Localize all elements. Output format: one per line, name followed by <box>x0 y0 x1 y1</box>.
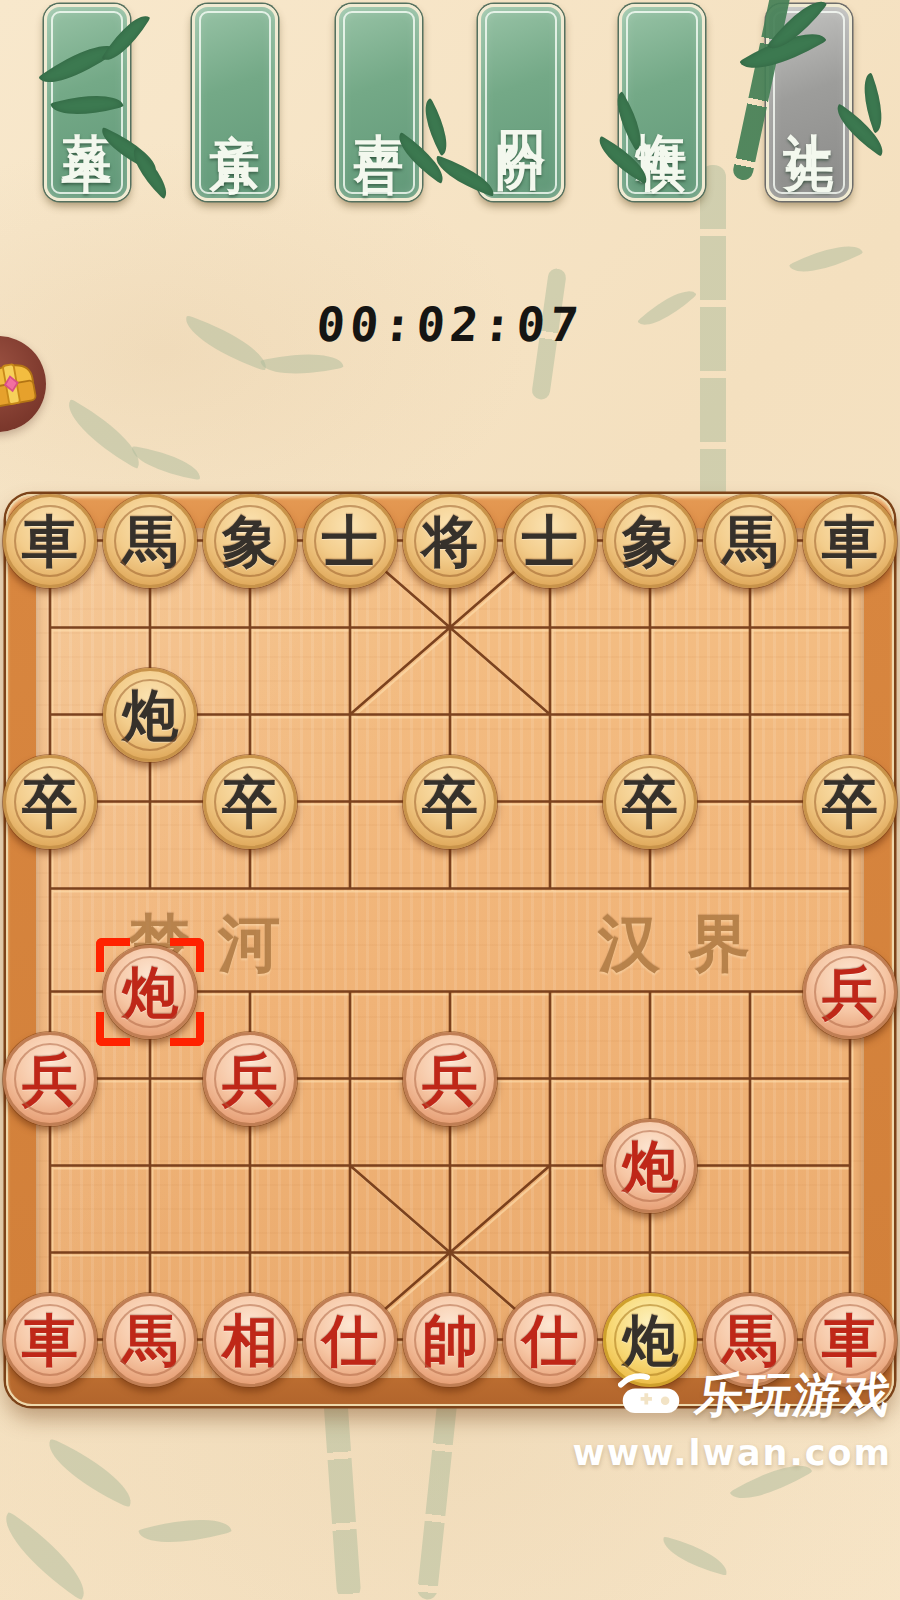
piece-red-chariot[interactable]: 車 <box>3 1293 97 1387</box>
piece-black-general[interactable]: 将 <box>403 494 497 588</box>
piece-char: 兵 <box>222 1051 278 1107</box>
piece-char: 炮 <box>122 687 178 743</box>
piece-red-cannon[interactable]: 炮 <box>103 945 197 1039</box>
piece-char: 炮 <box>122 964 178 1020</box>
piece-char: 相 <box>222 1312 278 1368</box>
piece-black-chariot[interactable]: 車 <box>803 494 897 588</box>
button-music[interactable]: 音乐 <box>192 4 278 201</box>
piece-black-soldier[interactable]: 卒 <box>3 755 97 849</box>
button-level-label: 四阶 <box>496 93 546 113</box>
piece-char: 士 <box>522 513 578 569</box>
piece-red-horse[interactable]: 馬 <box>103 1293 197 1387</box>
piece-char: 兵 <box>22 1051 78 1107</box>
piece-char: 馬 <box>722 1312 778 1368</box>
bamboo-stalk-decoration <box>323 1387 362 1600</box>
piece-char: 帥 <box>422 1312 478 1368</box>
piece-red-advisor[interactable]: 仕 <box>303 1293 397 1387</box>
game-screen: 菜单 音乐 声音 四阶 悔棋 让先 00:02:07 帥 <box>0 0 900 1600</box>
bamboo-leaf-decoration <box>138 1507 232 1555</box>
button-undo-label: 悔棋 <box>637 93 687 113</box>
piece-red-soldier[interactable]: 兵 <box>403 1032 497 1126</box>
bamboo-leaf-decoration <box>129 446 204 480</box>
button-music-label: 音乐 <box>210 93 260 113</box>
piece-black-horse[interactable]: 馬 <box>703 494 797 588</box>
piece-char: 仕 <box>322 1312 378 1368</box>
piece-char: 炮 <box>622 1138 678 1194</box>
watermark-title: 乐玩游戏 <box>692 1364 897 1427</box>
piece-black-chariot[interactable]: 車 <box>3 494 97 588</box>
button-sound-label: 声音 <box>354 93 404 113</box>
piece-red-elephant[interactable]: 相 <box>203 1293 297 1387</box>
piece-char: 馬 <box>722 513 778 569</box>
bamboo-leaf-decoration <box>658 1536 731 1575</box>
piece-char: 卒 <box>422 774 478 830</box>
piece-red-soldier[interactable]: 兵 <box>3 1032 97 1126</box>
piece-char: 兵 <box>822 964 878 1020</box>
piece-char: 馬 <box>122 513 178 569</box>
piece-black-elephant[interactable]: 象 <box>203 494 297 588</box>
piece-char: 車 <box>822 513 878 569</box>
piece-char: 車 <box>22 513 78 569</box>
piece-char: 卒 <box>622 774 678 830</box>
piece-char: 象 <box>622 513 678 569</box>
button-level[interactable]: 四阶 <box>478 4 564 201</box>
piece-char: 将 <box>422 513 478 569</box>
bamboo-leaf-decoration <box>0 1511 99 1600</box>
selection-brackets <box>96 938 204 1046</box>
treasure-chest-icon <box>0 353 40 411</box>
watermark: 乐玩游戏 www.lwan.com <box>573 1364 892 1473</box>
piece-char: 車 <box>822 1312 878 1368</box>
gamepad-icon <box>618 1371 684 1421</box>
piece-char: 車 <box>22 1312 78 1368</box>
bamboo-leaf-decoration <box>789 233 863 284</box>
piece-red-soldier[interactable]: 兵 <box>203 1032 297 1126</box>
button-handicap-label: 让先 <box>784 93 834 113</box>
bamboo-stalk-decoration <box>417 1380 460 1600</box>
piece-char: 卒 <box>22 774 78 830</box>
piece-char: 士 <box>322 513 378 569</box>
button-sound[interactable]: 声音 <box>336 4 422 201</box>
piece-char: 仕 <box>522 1312 578 1368</box>
piece-black-soldier[interactable]: 卒 <box>403 755 497 849</box>
piece-red-general[interactable]: 帥 <box>403 1293 497 1387</box>
bamboo-leaf-decoration <box>38 1438 141 1507</box>
piece-black-soldier[interactable]: 卒 <box>603 755 697 849</box>
piece-red-cannon[interactable]: 炮 <box>603 1119 697 1213</box>
watermark-url: www.lwan.com <box>573 1433 892 1473</box>
bamboo-leaf-decoration <box>57 399 151 469</box>
piece-black-cannon[interactable]: 炮 <box>103 668 197 762</box>
board-grid[interactable]: 車馬象士将士象馬車炮卒卒卒卒卒炮兵兵兵兵炮車馬相仕帥仕炮馬車 <box>0 497 900 1383</box>
piece-char: 炮 <box>622 1312 678 1368</box>
piece-black-soldier[interactable]: 卒 <box>203 755 297 849</box>
piece-black-elephant[interactable]: 象 <box>603 494 697 588</box>
piece-char: 馬 <box>122 1312 178 1368</box>
piece-char: 卒 <box>222 774 278 830</box>
game-timer: 00:02:07 <box>0 297 900 352</box>
piece-red-soldier[interactable]: 兵 <box>803 945 897 1039</box>
piece-char: 卒 <box>822 774 878 830</box>
piece-char: 兵 <box>422 1051 478 1107</box>
piece-black-advisor[interactable]: 士 <box>503 494 597 588</box>
piece-black-advisor[interactable]: 士 <box>303 494 397 588</box>
piece-char: 象 <box>222 513 278 569</box>
piece-black-horse[interactable]: 馬 <box>103 494 197 588</box>
piece-black-soldier[interactable]: 卒 <box>803 755 897 849</box>
